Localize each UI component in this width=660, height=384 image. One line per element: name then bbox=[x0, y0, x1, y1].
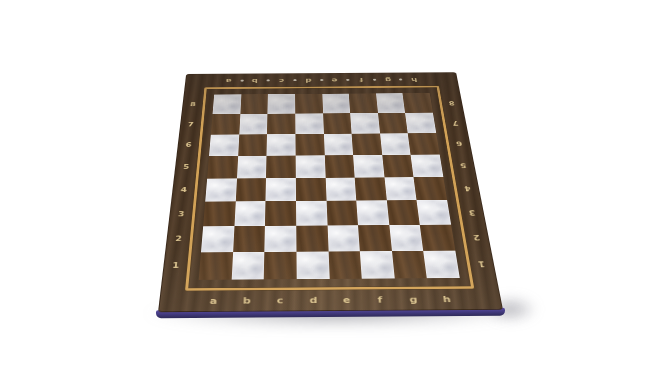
product-photo-background: aabbccddeeffgghh8877665544332211 bbox=[0, 0, 660, 384]
square-h6 bbox=[408, 133, 440, 155]
rank-label-left-7: 7 bbox=[188, 122, 194, 128]
square-g8 bbox=[376, 93, 406, 113]
square-h2 bbox=[420, 225, 455, 251]
square-d6 bbox=[295, 134, 324, 156]
file-label-top-a: a bbox=[225, 78, 231, 84]
square-g3 bbox=[387, 200, 421, 225]
square-d5 bbox=[295, 155, 325, 178]
square-f4 bbox=[355, 177, 387, 201]
square-f8 bbox=[349, 94, 378, 114]
file-label-top-h: h bbox=[411, 77, 418, 83]
square-f3 bbox=[356, 201, 389, 226]
square-f6 bbox=[352, 133, 382, 155]
top-edge-inlay-dot bbox=[267, 80, 270, 82]
rank-label-left-5: 5 bbox=[183, 164, 190, 170]
rank-label-right-6: 6 bbox=[456, 141, 463, 147]
file-label-bottom-a: a bbox=[209, 296, 217, 305]
rank-label-left-8: 8 bbox=[190, 102, 196, 107]
file-label-bottom-c: c bbox=[277, 295, 284, 304]
square-c2 bbox=[264, 226, 296, 252]
square-d8 bbox=[295, 94, 323, 114]
square-c8 bbox=[268, 94, 296, 114]
coordinate-labels: aabbccddeeffgghh8877665544332211 bbox=[187, 73, 455, 75]
square-c7 bbox=[267, 114, 295, 135]
top-edge-inlay-dot bbox=[240, 80, 243, 82]
square-h4 bbox=[414, 177, 447, 201]
square-e2 bbox=[327, 225, 360, 251]
square-h8 bbox=[403, 93, 433, 113]
square-f1 bbox=[360, 251, 395, 278]
file-label-top-e: e bbox=[332, 77, 338, 83]
square-b6 bbox=[238, 134, 267, 156]
square-g2 bbox=[389, 225, 423, 251]
square-e4 bbox=[325, 177, 356, 201]
square-a5 bbox=[207, 156, 238, 179]
square-f7 bbox=[350, 113, 380, 134]
square-c6 bbox=[267, 134, 296, 156]
square-b8 bbox=[240, 94, 268, 114]
file-label-bottom-h: h bbox=[442, 294, 451, 303]
square-a4 bbox=[205, 178, 237, 202]
rank-label-left-6: 6 bbox=[185, 142, 192, 148]
square-d3 bbox=[296, 201, 327, 226]
rank-label-right-4: 4 bbox=[464, 185, 471, 191]
square-d7 bbox=[295, 113, 323, 134]
square-g7 bbox=[378, 113, 408, 134]
top-edge-inlay-dot bbox=[346, 79, 349, 81]
rank-label-left-2: 2 bbox=[175, 236, 182, 243]
rank-label-left-3: 3 bbox=[178, 211, 185, 218]
square-b1 bbox=[231, 252, 264, 279]
square-c4 bbox=[266, 178, 296, 202]
file-label-top-d: d bbox=[305, 78, 311, 84]
top-edge-inlay-dot bbox=[293, 79, 296, 81]
square-e6 bbox=[324, 134, 354, 156]
file-label-top-b: b bbox=[252, 78, 258, 84]
file-label-top-g: g bbox=[384, 77, 391, 83]
square-b7 bbox=[239, 114, 268, 135]
rank-label-right-2: 2 bbox=[473, 234, 481, 241]
top-edge-inlay-dot bbox=[373, 79, 376, 81]
square-e1 bbox=[328, 251, 362, 278]
square-h1 bbox=[424, 251, 460, 278]
square-g5 bbox=[382, 155, 414, 178]
square-e7 bbox=[323, 113, 352, 134]
square-b4 bbox=[235, 178, 266, 202]
square-e8 bbox=[322, 94, 350, 114]
square-c3 bbox=[265, 201, 296, 226]
square-g1 bbox=[392, 251, 427, 278]
square-a1 bbox=[199, 252, 233, 279]
file-label-top-c: c bbox=[279, 78, 284, 84]
square-b3 bbox=[234, 201, 266, 226]
rank-label-right-7: 7 bbox=[452, 120, 459, 126]
square-h3 bbox=[417, 200, 451, 225]
square-b2 bbox=[233, 226, 265, 252]
top-edge-inlay-dot bbox=[399, 79, 402, 81]
square-h7 bbox=[405, 113, 436, 134]
square-d4 bbox=[296, 178, 326, 202]
square-a6 bbox=[209, 134, 239, 156]
playing-field bbox=[199, 93, 460, 279]
square-h5 bbox=[411, 154, 444, 177]
square-a7 bbox=[211, 114, 240, 135]
file-label-top-f: f bbox=[359, 77, 363, 83]
file-label-bottom-f: f bbox=[377, 295, 382, 304]
rank-label-right-3: 3 bbox=[468, 209, 476, 216]
rank-label-right-1: 1 bbox=[478, 260, 486, 267]
square-d2 bbox=[296, 226, 328, 252]
file-label-bottom-d: d bbox=[309, 295, 317, 304]
file-label-bottom-g: g bbox=[409, 294, 418, 303]
square-f5 bbox=[353, 155, 384, 178]
square-g6 bbox=[380, 133, 411, 155]
square-c5 bbox=[266, 155, 296, 178]
square-a8 bbox=[212, 95, 241, 115]
square-c1 bbox=[264, 252, 297, 279]
rank-label-right-8: 8 bbox=[448, 100, 455, 105]
square-a3 bbox=[203, 202, 235, 227]
rank-label-left-1: 1 bbox=[172, 262, 179, 269]
square-d1 bbox=[296, 251, 329, 278]
rank-label-right-5: 5 bbox=[460, 162, 467, 168]
top-edge-inlay-dot bbox=[320, 79, 323, 81]
file-label-bottom-b: b bbox=[243, 296, 251, 305]
square-e5 bbox=[324, 155, 354, 178]
square-g4 bbox=[384, 177, 417, 201]
square-e3 bbox=[326, 201, 358, 226]
square-b5 bbox=[237, 156, 267, 179]
square-a2 bbox=[201, 226, 234, 252]
file-label-bottom-e: e bbox=[343, 295, 351, 304]
chess-board: aabbccddeeffgghh8877665544332211 bbox=[158, 72, 503, 312]
square-f2 bbox=[358, 225, 392, 251]
rank-label-left-4: 4 bbox=[180, 187, 187, 193]
